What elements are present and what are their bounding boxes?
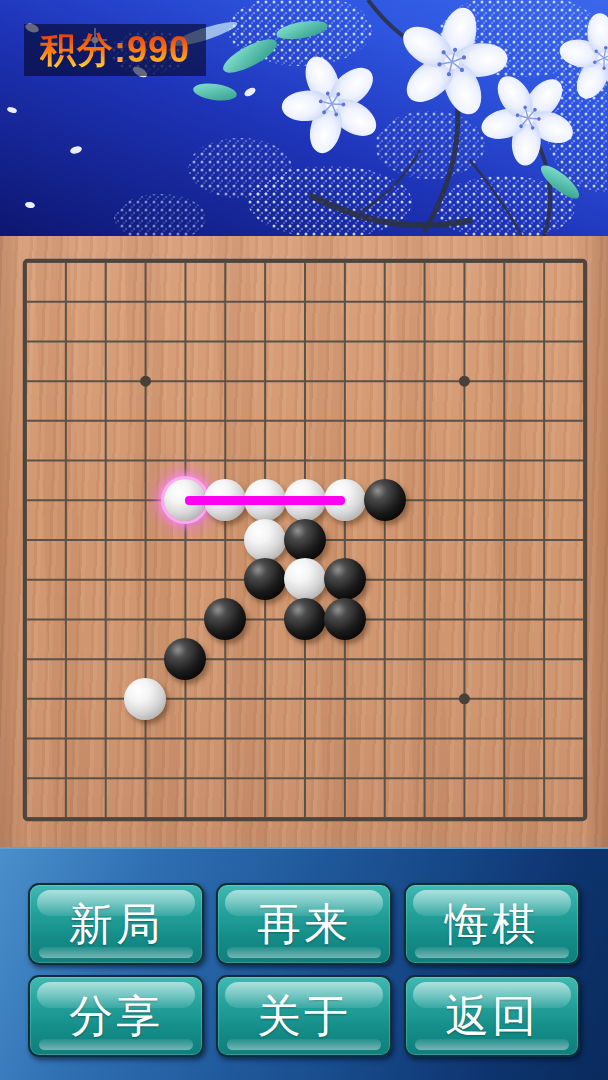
stone-black	[164, 638, 206, 680]
score-text: 积分:990	[40, 26, 190, 75]
stone-black	[324, 598, 366, 640]
game-screen: 积分:990 新局 再来 悔棋 分享 关于 返回	[0, 0, 608, 1080]
play-again-button[interactable]: 再来	[216, 883, 392, 965]
stone-white	[124, 678, 166, 720]
share-button[interactable]: 分享	[28, 975, 204, 1057]
button-grid: 新局 再来 悔棋 分享 关于 返回	[0, 849, 608, 1057]
board[interactable]	[0, 236, 608, 847]
stones-grid	[6, 242, 604, 838]
stone-white	[284, 558, 326, 600]
header: 积分:990	[0, 0, 608, 236]
stone-black	[324, 558, 366, 600]
stone-black	[364, 479, 406, 521]
button-panel: 新局 再来 悔棋 分享 关于 返回	[0, 847, 608, 1080]
new-game-button[interactable]: 新局	[28, 883, 204, 965]
win-line	[185, 496, 344, 505]
about-button[interactable]: 关于	[216, 975, 392, 1057]
stone-black	[284, 519, 326, 561]
stone-black	[244, 558, 286, 600]
score-badge: 积分:990	[24, 24, 206, 76]
stone-black	[204, 598, 246, 640]
stone-black	[284, 598, 326, 640]
stone-white	[244, 519, 286, 561]
back-button[interactable]: 返回	[404, 975, 580, 1057]
undo-button[interactable]: 悔棋	[404, 883, 580, 965]
